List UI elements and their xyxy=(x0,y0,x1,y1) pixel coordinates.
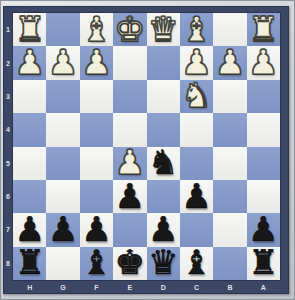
square-c6[interactable]: ♟ xyxy=(180,180,213,213)
file-label-b: B xyxy=(213,280,246,294)
square-d1[interactable]: ♛ xyxy=(147,13,180,46)
piece-black-queen: ♛ xyxy=(148,247,178,280)
file-labels: HGFEDCBA xyxy=(13,280,280,294)
piece-black-rook: ♜ xyxy=(248,247,278,280)
file-label-h: H xyxy=(13,280,46,294)
square-c2[interactable]: ♟ xyxy=(180,46,213,79)
square-d8[interactable]: ♛ xyxy=(147,247,180,280)
square-e3[interactable] xyxy=(113,80,146,113)
square-b1[interactable] xyxy=(213,13,246,46)
piece-black-pawn: ♟ xyxy=(248,213,278,246)
square-b6[interactable] xyxy=(213,180,246,213)
piece-white-bishop: ♝ xyxy=(181,13,211,46)
square-h2[interactable]: ♟ xyxy=(13,46,46,79)
square-b7[interactable] xyxy=(213,213,246,246)
piece-white-bishop: ♝ xyxy=(81,13,111,46)
square-f3[interactable] xyxy=(80,80,113,113)
square-a8[interactable]: ♜ xyxy=(247,247,280,280)
piece-white-queen: ♛ xyxy=(148,13,178,46)
square-a1[interactable]: ♜ xyxy=(247,13,280,46)
piece-white-pawn: ♟ xyxy=(14,46,44,79)
file-label-a: A xyxy=(247,280,280,294)
square-c3[interactable]: ♞ xyxy=(180,80,213,113)
square-e2[interactable] xyxy=(113,46,146,79)
square-b8[interactable] xyxy=(213,247,246,280)
square-b3[interactable] xyxy=(213,80,246,113)
piece-black-rook: ♜ xyxy=(14,247,44,280)
square-c4[interactable] xyxy=(180,113,213,146)
chessboard: ♜♝♚♛♝♜♟♟♟♟♟♟♞♟♞♟♟♟♟♟♟♟♜♝♚♛♝♜ xyxy=(13,13,280,280)
square-c5[interactable] xyxy=(180,147,213,180)
rank-label-2: 2 xyxy=(3,46,13,79)
square-g4[interactable] xyxy=(46,113,79,146)
board-border: 12345678 ♜♝♚♛♝♜♟♟♟♟♟♟♞♟♞♟♟♟♟♟♟♟♜♝♚♛♝♜ HG… xyxy=(3,6,289,294)
square-h6[interactable] xyxy=(13,180,46,213)
square-g5[interactable] xyxy=(46,147,79,180)
piece-black-pawn: ♟ xyxy=(14,213,44,246)
square-h1[interactable]: ♜ xyxy=(13,13,46,46)
piece-white-rook: ♜ xyxy=(14,13,44,46)
piece-black-king: ♚ xyxy=(115,247,145,280)
square-h5[interactable] xyxy=(13,147,46,180)
square-d7[interactable]: ♟ xyxy=(147,213,180,246)
square-b2[interactable]: ♟ xyxy=(213,46,246,79)
square-a4[interactable] xyxy=(247,113,280,146)
square-f2[interactable]: ♟ xyxy=(80,46,113,79)
square-g8[interactable] xyxy=(46,247,79,280)
piece-black-pawn: ♟ xyxy=(48,213,78,246)
square-f8[interactable]: ♝ xyxy=(80,247,113,280)
square-e1[interactable]: ♚ xyxy=(113,13,146,46)
square-b4[interactable] xyxy=(213,113,246,146)
square-h7[interactable]: ♟ xyxy=(13,213,46,246)
square-a5[interactable] xyxy=(247,147,280,180)
square-f4[interactable] xyxy=(80,113,113,146)
piece-white-knight: ♞ xyxy=(181,80,211,113)
piece-black-bishop: ♝ xyxy=(81,247,111,280)
square-b5[interactable] xyxy=(213,147,246,180)
square-c1[interactable]: ♝ xyxy=(180,13,213,46)
square-f5[interactable] xyxy=(80,147,113,180)
square-h3[interactable] xyxy=(13,80,46,113)
square-d6[interactable] xyxy=(147,180,180,213)
rank-label-1: 1 xyxy=(3,13,13,46)
square-c7[interactable] xyxy=(180,213,213,246)
rank-label-3: 3 xyxy=(3,80,13,113)
square-a2[interactable]: ♟ xyxy=(247,46,280,79)
piece-black-pawn: ♟ xyxy=(148,213,178,246)
square-d4[interactable] xyxy=(147,113,180,146)
square-a3[interactable] xyxy=(247,80,280,113)
rank-labels: 12345678 xyxy=(3,13,13,280)
square-e5[interactable]: ♟ xyxy=(113,147,146,180)
square-d2[interactable] xyxy=(147,46,180,79)
file-label-g: G xyxy=(46,280,79,294)
square-g3[interactable] xyxy=(46,80,79,113)
rank-label-6: 6 xyxy=(3,180,13,213)
piece-white-pawn: ♟ xyxy=(248,46,278,79)
file-label-e: E xyxy=(113,280,146,294)
piece-white-pawn: ♟ xyxy=(181,46,211,79)
piece-black-knight: ♞ xyxy=(148,147,178,180)
rank-label-7: 7 xyxy=(3,213,13,246)
file-label-f: F xyxy=(80,280,113,294)
chessboard-widget: 12345678 ♜♝♚♛♝♜♟♟♟♟♟♟♞♟♞♟♟♟♟♟♟♟♜♝♚♛♝♜ HG… xyxy=(0,0,295,300)
square-a6[interactable] xyxy=(247,180,280,213)
square-h4[interactable] xyxy=(13,113,46,146)
piece-white-pawn: ♟ xyxy=(81,46,111,79)
square-d3[interactable] xyxy=(147,80,180,113)
square-f7[interactable]: ♟ xyxy=(80,213,113,246)
piece-black-pawn: ♟ xyxy=(115,180,145,213)
piece-black-pawn: ♟ xyxy=(81,213,111,246)
square-g1[interactable] xyxy=(46,13,79,46)
file-label-d: D xyxy=(147,280,180,294)
square-g6[interactable] xyxy=(46,180,79,213)
piece-white-pawn: ♟ xyxy=(115,147,145,180)
rank-label-5: 5 xyxy=(3,147,13,180)
square-g7[interactable]: ♟ xyxy=(46,213,79,246)
square-e7[interactable] xyxy=(113,213,146,246)
piece-white-pawn: ♟ xyxy=(48,46,78,79)
square-a7[interactable]: ♟ xyxy=(247,213,280,246)
file-label-c: C xyxy=(180,280,213,294)
square-e4[interactable] xyxy=(113,113,146,146)
piece-white-rook: ♜ xyxy=(248,13,278,46)
rank-label-4: 4 xyxy=(3,113,13,146)
square-g2[interactable]: ♟ xyxy=(46,46,79,79)
piece-white-pawn: ♟ xyxy=(215,46,245,79)
square-f6[interactable] xyxy=(80,180,113,213)
piece-white-king: ♚ xyxy=(115,13,145,46)
rank-label-8: 8 xyxy=(3,247,13,280)
square-c8[interactable]: ♝ xyxy=(180,247,213,280)
piece-black-bishop: ♝ xyxy=(181,247,211,280)
square-e8[interactable]: ♚ xyxy=(113,247,146,280)
square-e6[interactable]: ♟ xyxy=(113,180,146,213)
piece-black-pawn: ♟ xyxy=(181,180,211,213)
square-d5[interactable]: ♞ xyxy=(147,147,180,180)
square-f1[interactable]: ♝ xyxy=(80,13,113,46)
square-h8[interactable]: ♜ xyxy=(13,247,46,280)
